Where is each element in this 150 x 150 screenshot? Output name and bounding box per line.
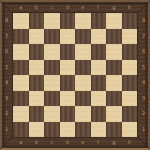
square-f2[interactable]: [91, 106, 107, 122]
rank-labels-right: 87654321: [139, 13, 148, 137]
square-c7[interactable]: [44, 29, 60, 45]
square-d4[interactable]: [60, 75, 76, 91]
file-label: a: [13, 3, 29, 12]
square-e8[interactable]: [75, 13, 91, 29]
file-label: c: [44, 3, 60, 12]
square-h2[interactable]: [122, 106, 138, 122]
rank-label: 2: [2, 106, 11, 122]
rank-label: 3: [139, 91, 148, 107]
file-label: d: [60, 138, 76, 147]
square-c1[interactable]: [44, 122, 60, 138]
rank-label: 4: [139, 75, 148, 91]
rank-label: 4: [2, 75, 11, 91]
square-b7[interactable]: [29, 29, 45, 45]
square-a1[interactable]: [13, 122, 29, 138]
square-h6[interactable]: [122, 44, 138, 60]
file-label: e: [75, 3, 91, 12]
rank-labels-left: 87654321: [2, 13, 11, 137]
frame-mitre-joint-bottom-right: [137, 136, 150, 150]
square-b1[interactable]: [29, 122, 45, 138]
square-g3[interactable]: [106, 91, 122, 107]
square-c6[interactable]: [44, 44, 60, 60]
square-b6[interactable]: [29, 44, 45, 60]
square-f7[interactable]: [91, 29, 107, 45]
square-d5[interactable]: [60, 60, 76, 76]
square-c2[interactable]: [44, 106, 60, 122]
file-label: b: [29, 138, 45, 147]
file-labels-top: abcdefgh: [13, 3, 137, 12]
rank-label: 1: [2, 122, 11, 138]
square-h1[interactable]: [122, 122, 138, 138]
square-g5[interactable]: [106, 60, 122, 76]
square-a7[interactable]: [13, 29, 29, 45]
square-b4[interactable]: [29, 75, 45, 91]
square-f6[interactable]: [91, 44, 107, 60]
square-d3[interactable]: [60, 91, 76, 107]
rank-label: 7: [139, 29, 148, 45]
rank-label: 6: [139, 44, 148, 60]
frame-mitre-joint-top-left: [0, 0, 13, 14]
square-a5[interactable]: [13, 60, 29, 76]
square-e1[interactable]: [75, 122, 91, 138]
square-b2[interactable]: [29, 106, 45, 122]
square-e7[interactable]: [75, 29, 91, 45]
square-g4[interactable]: [106, 75, 122, 91]
square-c3[interactable]: [44, 91, 60, 107]
square-d1[interactable]: [60, 122, 76, 138]
rank-label: 3: [2, 91, 11, 107]
rank-label: 8: [139, 13, 148, 29]
file-label: d: [60, 3, 76, 12]
square-e2[interactable]: [75, 106, 91, 122]
square-c4[interactable]: [44, 75, 60, 91]
file-label: c: [44, 138, 60, 147]
frame-mitre-joint-bottom-left: [0, 136, 13, 150]
square-a2[interactable]: [13, 106, 29, 122]
file-label: a: [13, 138, 29, 147]
rank-label: 5: [139, 60, 148, 76]
square-d7[interactable]: [60, 29, 76, 45]
square-h3[interactable]: [122, 91, 138, 107]
square-g8[interactable]: [106, 13, 122, 29]
square-h8[interactable]: [122, 13, 138, 29]
square-a3[interactable]: [13, 91, 29, 107]
square-g2[interactable]: [106, 106, 122, 122]
file-label: g: [106, 138, 122, 147]
chessboard: abcdefgh abcdefgh 87654321 87654321: [0, 0, 150, 150]
file-label: g: [106, 3, 122, 12]
square-e5[interactable]: [75, 60, 91, 76]
file-label: f: [91, 138, 107, 147]
rank-label: 5: [2, 60, 11, 76]
file-labels-bottom: abcdefgh: [13, 138, 137, 147]
square-c5[interactable]: [44, 60, 60, 76]
square-f4[interactable]: [91, 75, 107, 91]
square-g6[interactable]: [106, 44, 122, 60]
square-e6[interactable]: [75, 44, 91, 60]
square-b8[interactable]: [29, 13, 45, 29]
square-h4[interactable]: [122, 75, 138, 91]
rank-label: 2: [139, 106, 148, 122]
square-d8[interactable]: [60, 13, 76, 29]
square-a6[interactable]: [13, 44, 29, 60]
file-label: f: [91, 3, 107, 12]
frame-mitre-joint-top-right: [137, 0, 150, 14]
rank-label: 6: [2, 44, 11, 60]
board-grid: [13, 13, 137, 137]
square-e4[interactable]: [75, 75, 91, 91]
square-g1[interactable]: [106, 122, 122, 138]
file-label: h: [122, 138, 138, 147]
square-d6[interactable]: [60, 44, 76, 60]
file-label: h: [122, 3, 138, 12]
square-f3[interactable]: [91, 91, 107, 107]
square-b5[interactable]: [29, 60, 45, 76]
square-c8[interactable]: [44, 13, 60, 29]
square-a8[interactable]: [13, 13, 29, 29]
square-b3[interactable]: [29, 91, 45, 107]
square-g7[interactable]: [106, 29, 122, 45]
rank-label: 1: [139, 122, 148, 138]
file-label: b: [29, 3, 45, 12]
square-f8[interactable]: [91, 13, 107, 29]
square-e3[interactable]: [75, 91, 91, 107]
square-f1[interactable]: [91, 122, 107, 138]
square-d2[interactable]: [60, 106, 76, 122]
board-frame: abcdefgh abcdefgh 87654321 87654321: [0, 0, 150, 150]
rank-label: 8: [2, 13, 11, 29]
square-f5[interactable]: [91, 60, 107, 76]
file-label: e: [75, 138, 91, 147]
rank-label: 7: [2, 29, 11, 45]
square-a4[interactable]: [13, 75, 29, 91]
square-h5[interactable]: [122, 60, 138, 76]
square-h7[interactable]: [122, 29, 138, 45]
